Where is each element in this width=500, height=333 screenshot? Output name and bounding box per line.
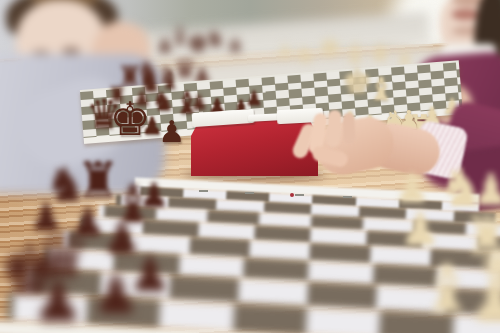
tournament-photo: ♟♝♚♞♟ ♟♞♚♝♟♜ ♜♞♝♛♟ ♟♟♝♞♟♜ ♛♚♟♟♞♝♜♟♟♟♟♟♞♝… — [0, 0, 500, 333]
board-edge-logo — [290, 193, 294, 197]
board-edge-print — [295, 194, 304, 196]
scoresheet-right — [277, 108, 324, 124]
board-edge-print — [245, 192, 254, 194]
right-player-lips — [452, 9, 479, 20]
board-edge-print — [199, 190, 208, 192]
board-edge-print — [343, 196, 352, 198]
red-piece-box — [191, 119, 318, 176]
